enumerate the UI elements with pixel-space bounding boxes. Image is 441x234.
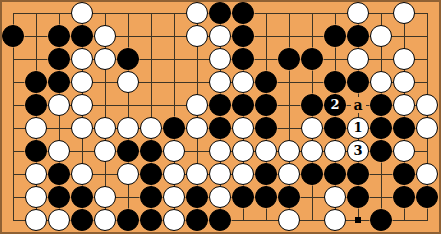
empty-point bbox=[25, 48, 48, 71]
white-stone bbox=[416, 117, 438, 139]
black-stone-2: 2 bbox=[324, 94, 346, 116]
empty-point bbox=[278, 94, 301, 117]
white-stone bbox=[232, 117, 255, 140]
white-stone bbox=[71, 163, 94, 186]
black-stone bbox=[393, 117, 415, 139]
white-stone bbox=[393, 71, 416, 94]
white-stone bbox=[25, 117, 47, 139]
black-stone bbox=[301, 94, 324, 117]
black-stone bbox=[370, 209, 393, 232]
white-stone bbox=[117, 163, 139, 185]
black-stone bbox=[117, 140, 139, 162]
empty-point bbox=[393, 25, 416, 48]
white-stone bbox=[94, 25, 117, 48]
black-stone bbox=[117, 48, 139, 70]
black-stone bbox=[255, 163, 278, 186]
empty-point bbox=[370, 186, 393, 209]
black-stone bbox=[117, 48, 140, 71]
white-stone bbox=[347, 48, 369, 70]
black-stone bbox=[140, 140, 163, 163]
white-stone bbox=[347, 48, 370, 71]
black-stone bbox=[370, 117, 393, 140]
white-stone bbox=[140, 117, 162, 139]
empty-point bbox=[94, 71, 117, 94]
empty-point bbox=[232, 209, 255, 232]
black-stone bbox=[48, 186, 71, 209]
white-stone bbox=[71, 117, 93, 139]
black-stone bbox=[140, 163, 162, 185]
white-stone bbox=[209, 25, 232, 48]
black-stone bbox=[324, 117, 346, 139]
white-stone bbox=[232, 163, 255, 186]
go-board-diagram: 2a13 bbox=[0, 0, 441, 234]
black-stone bbox=[324, 71, 347, 94]
black-stone bbox=[186, 209, 208, 231]
black-stone bbox=[140, 163, 163, 186]
empty-point bbox=[140, 2, 163, 25]
empty-point bbox=[2, 94, 25, 117]
black-stone bbox=[209, 209, 232, 232]
white-stone bbox=[25, 163, 48, 186]
white-stone bbox=[324, 186, 346, 208]
white-stone bbox=[25, 117, 48, 140]
black-stone bbox=[25, 140, 47, 162]
black-stone bbox=[71, 209, 94, 232]
black-stone bbox=[186, 186, 208, 208]
empty-point bbox=[255, 209, 278, 232]
empty-point bbox=[2, 209, 25, 232]
white-stone bbox=[186, 94, 209, 117]
white-stone-1: 1 bbox=[347, 117, 369, 139]
empty-point bbox=[393, 209, 416, 232]
white-stone bbox=[117, 117, 140, 140]
black-stone bbox=[117, 209, 139, 231]
black-stone bbox=[140, 209, 162, 231]
black-stone bbox=[232, 94, 255, 117]
empty-point bbox=[416, 48, 439, 71]
black-stone bbox=[301, 163, 323, 185]
white-stone bbox=[48, 209, 70, 231]
empty-point bbox=[255, 25, 278, 48]
black-stone bbox=[255, 117, 278, 140]
black-stone bbox=[301, 163, 324, 186]
black-stone bbox=[416, 186, 439, 209]
black-stone bbox=[301, 48, 323, 70]
white-stone bbox=[94, 140, 116, 162]
black-stone bbox=[71, 209, 93, 231]
white-stone bbox=[48, 94, 70, 116]
empty-point bbox=[2, 163, 25, 186]
black-stone bbox=[71, 25, 94, 48]
white-stone bbox=[324, 209, 346, 231]
white-stone bbox=[186, 2, 209, 25]
empty-point bbox=[278, 25, 301, 48]
black-stone bbox=[48, 48, 70, 70]
black-stone bbox=[48, 71, 70, 93]
black-stone bbox=[393, 117, 416, 140]
white-stone bbox=[94, 209, 116, 231]
white-stone bbox=[48, 94, 71, 117]
black-stone bbox=[278, 48, 300, 70]
black-stone bbox=[163, 117, 185, 139]
white-stone bbox=[71, 48, 94, 71]
white-stone bbox=[94, 117, 116, 139]
empty-point bbox=[94, 94, 117, 117]
empty-point bbox=[301, 25, 324, 48]
white-stone bbox=[347, 2, 369, 24]
white-stone bbox=[186, 25, 209, 48]
white-stone bbox=[393, 140, 416, 163]
white-stone bbox=[393, 94, 416, 117]
white-stone bbox=[255, 140, 278, 163]
black-stone bbox=[255, 71, 277, 93]
white-stone bbox=[232, 117, 254, 139]
white-stone bbox=[163, 140, 185, 162]
black-stone bbox=[347, 163, 370, 186]
black-stone bbox=[324, 71, 346, 93]
black-stone bbox=[48, 163, 71, 186]
white-stone bbox=[370, 71, 392, 93]
black-stone bbox=[393, 163, 416, 186]
black-stone bbox=[186, 186, 209, 209]
empty-point bbox=[324, 2, 347, 25]
empty-point bbox=[301, 209, 324, 232]
white-stone bbox=[416, 94, 439, 117]
black-stone bbox=[71, 186, 93, 208]
empty-point bbox=[140, 25, 163, 48]
black-stone bbox=[278, 186, 301, 209]
empty-point bbox=[140, 48, 163, 71]
white-stone bbox=[370, 71, 393, 94]
white-stone bbox=[163, 163, 186, 186]
black-stone bbox=[370, 209, 392, 231]
white-stone bbox=[324, 209, 347, 232]
empty-point bbox=[255, 2, 278, 25]
empty-point bbox=[416, 140, 439, 163]
white-stone bbox=[209, 186, 231, 208]
black-stone bbox=[140, 186, 163, 209]
white-stone bbox=[117, 71, 140, 94]
black-stone bbox=[2, 25, 24, 47]
white-stone bbox=[163, 209, 186, 232]
black-stone bbox=[370, 94, 393, 117]
black-stone bbox=[186, 209, 209, 232]
white-stone bbox=[71, 71, 93, 93]
square-marker bbox=[355, 217, 361, 223]
white-stone bbox=[255, 140, 277, 162]
white-stone bbox=[209, 163, 231, 185]
white-stone bbox=[393, 2, 416, 25]
empty-point bbox=[25, 25, 48, 48]
empty-point bbox=[25, 2, 48, 25]
empty-point bbox=[2, 117, 25, 140]
white-stone bbox=[278, 140, 301, 163]
white-stone bbox=[393, 71, 415, 93]
black-stone bbox=[347, 25, 369, 47]
black-stone bbox=[301, 94, 323, 116]
black-stone bbox=[324, 25, 346, 47]
white-stone bbox=[232, 71, 255, 94]
white-stone bbox=[94, 25, 116, 47]
black-stone bbox=[255, 163, 277, 185]
white-stone bbox=[416, 163, 438, 185]
white-stone bbox=[71, 94, 94, 117]
empty-point bbox=[416, 2, 439, 25]
white-stone-1: 1 bbox=[347, 117, 370, 140]
white-stone bbox=[71, 117, 94, 140]
black-stone bbox=[209, 117, 232, 140]
black-stone bbox=[209, 209, 231, 231]
empty-point bbox=[370, 2, 393, 25]
black-stone bbox=[393, 186, 416, 209]
white-stone bbox=[186, 117, 209, 140]
black-stone bbox=[301, 48, 324, 71]
black-stone bbox=[416, 186, 438, 208]
white-stone bbox=[393, 94, 415, 116]
empty-point bbox=[324, 48, 347, 71]
black-stone bbox=[25, 71, 47, 93]
black-stone bbox=[255, 117, 277, 139]
white-stone bbox=[186, 117, 208, 139]
black-stone bbox=[347, 71, 370, 94]
white-stone bbox=[278, 163, 300, 185]
empty-point bbox=[186, 71, 209, 94]
black-stone bbox=[232, 186, 255, 209]
black-stone bbox=[117, 209, 140, 232]
white-stone bbox=[140, 117, 163, 140]
empty-point bbox=[255, 48, 278, 71]
black-stone bbox=[347, 163, 369, 185]
white-stone bbox=[301, 140, 323, 162]
empty-point bbox=[301, 186, 324, 209]
black-stone bbox=[255, 71, 278, 94]
black-stone bbox=[71, 186, 94, 209]
black-stone bbox=[48, 25, 70, 47]
black-stone bbox=[48, 48, 71, 71]
black-stone bbox=[324, 117, 347, 140]
white-stone bbox=[278, 163, 301, 186]
empty-point bbox=[71, 140, 94, 163]
empty-point bbox=[48, 2, 71, 25]
white-stone bbox=[94, 48, 116, 70]
white-stone bbox=[117, 163, 140, 186]
black-stone bbox=[209, 2, 232, 25]
empty-point bbox=[416, 71, 439, 94]
black-stone bbox=[2, 25, 25, 48]
white-stone bbox=[71, 163, 93, 185]
black-stone bbox=[232, 94, 254, 116]
white-stone bbox=[94, 186, 116, 208]
empty-point bbox=[163, 2, 186, 25]
black-stone bbox=[48, 71, 71, 94]
black-stone bbox=[278, 48, 301, 71]
white-stone-3: 3 bbox=[347, 140, 370, 163]
white-stone bbox=[301, 140, 324, 163]
black-stone bbox=[25, 94, 47, 116]
white-stone bbox=[25, 209, 47, 231]
white-stone bbox=[209, 48, 231, 70]
empty-point bbox=[301, 2, 324, 25]
white-stone bbox=[209, 186, 232, 209]
white-stone bbox=[324, 140, 346, 162]
empty-point bbox=[48, 117, 71, 140]
black-stone bbox=[25, 140, 48, 163]
black-stone bbox=[393, 163, 415, 185]
empty-point bbox=[117, 94, 140, 117]
black-stone bbox=[48, 25, 71, 48]
white-stone bbox=[117, 117, 139, 139]
white-stone bbox=[278, 140, 300, 162]
white-stone-3: 3 bbox=[347, 140, 369, 162]
black-stone bbox=[71, 25, 93, 47]
white-stone bbox=[416, 94, 438, 116]
white-stone bbox=[232, 71, 254, 93]
black-stone bbox=[163, 117, 186, 140]
black-stone bbox=[48, 163, 70, 185]
black-stone bbox=[209, 94, 232, 117]
black-stone bbox=[324, 25, 347, 48]
black-stone bbox=[255, 186, 278, 209]
white-stone bbox=[94, 48, 117, 71]
black-stone bbox=[232, 48, 254, 70]
black-stone bbox=[370, 140, 392, 162]
white-stone bbox=[94, 140, 117, 163]
empty-point bbox=[370, 48, 393, 71]
black-stone bbox=[25, 71, 48, 94]
white-stone bbox=[393, 2, 415, 24]
black-stone bbox=[209, 94, 231, 116]
black-stone bbox=[347, 25, 370, 48]
white-stone bbox=[301, 117, 323, 139]
empty-point bbox=[163, 94, 186, 117]
empty-point bbox=[2, 48, 25, 71]
empty-point bbox=[2, 71, 25, 94]
white-stone bbox=[324, 186, 347, 209]
empty-point bbox=[94, 2, 117, 25]
black-stone bbox=[232, 2, 255, 25]
white-stone bbox=[370, 25, 393, 48]
white-stone bbox=[393, 140, 415, 162]
empty-point bbox=[94, 163, 117, 186]
white-stone bbox=[163, 186, 186, 209]
black-stone bbox=[117, 140, 140, 163]
white-stone bbox=[301, 117, 324, 140]
white-stone bbox=[347, 2, 370, 25]
white-stone bbox=[209, 140, 232, 163]
white-stone bbox=[186, 2, 208, 24]
white-stone bbox=[25, 186, 48, 209]
black-stone bbox=[255, 186, 277, 208]
black-stone bbox=[232, 25, 255, 48]
white-stone bbox=[186, 94, 208, 116]
white-stone bbox=[186, 163, 208, 185]
black-stone bbox=[232, 2, 254, 24]
white-stone bbox=[278, 209, 300, 231]
empty-point bbox=[2, 2, 25, 25]
empty-point bbox=[2, 140, 25, 163]
white-stone bbox=[370, 25, 392, 47]
empty-point bbox=[117, 2, 140, 25]
empty-point bbox=[117, 25, 140, 48]
empty-point bbox=[416, 25, 439, 48]
empty-point bbox=[278, 2, 301, 25]
black-stone bbox=[232, 186, 254, 208]
white-stone bbox=[94, 209, 117, 232]
white-stone bbox=[25, 186, 47, 208]
empty-point bbox=[186, 140, 209, 163]
white-stone bbox=[94, 117, 117, 140]
empty-point bbox=[186, 48, 209, 71]
white-stone bbox=[232, 163, 254, 185]
white-stone bbox=[71, 2, 93, 24]
white-stone bbox=[48, 140, 71, 163]
black-stone bbox=[347, 186, 369, 208]
white-stone bbox=[94, 186, 117, 209]
black-stone bbox=[209, 2, 231, 24]
white-stone bbox=[71, 94, 93, 116]
point-label-a: a bbox=[351, 97, 366, 113]
white-stone bbox=[186, 163, 209, 186]
black-stone bbox=[347, 186, 370, 209]
black-stone bbox=[370, 117, 392, 139]
white-stone bbox=[393, 48, 415, 70]
white-stone bbox=[71, 48, 93, 70]
white-stone bbox=[163, 209, 185, 231]
black-stone bbox=[48, 186, 70, 208]
white-stone bbox=[25, 209, 48, 232]
white-stone bbox=[25, 163, 47, 185]
black-stone bbox=[324, 163, 346, 185]
empty-point bbox=[416, 209, 439, 232]
board-cells: 2a13 bbox=[2, 2, 439, 232]
empty-point bbox=[140, 94, 163, 117]
white-stone bbox=[416, 163, 439, 186]
black-stone bbox=[278, 186, 300, 208]
black-stone bbox=[140, 209, 163, 232]
white-stone bbox=[71, 2, 94, 25]
empty-point bbox=[278, 117, 301, 140]
black-stone bbox=[255, 94, 277, 116]
white-stone bbox=[232, 140, 255, 163]
black-stone bbox=[232, 25, 254, 47]
square-marked-point bbox=[347, 209, 370, 232]
white-stone bbox=[209, 48, 232, 71]
black-stone bbox=[324, 163, 347, 186]
empty-point bbox=[301, 71, 324, 94]
empty-point bbox=[2, 186, 25, 209]
black-stone bbox=[232, 48, 255, 71]
black-stone bbox=[393, 186, 415, 208]
empty-point bbox=[163, 25, 186, 48]
white-stone bbox=[48, 209, 71, 232]
labeled-point-a: a bbox=[347, 94, 370, 117]
empty-point bbox=[163, 48, 186, 71]
white-stone bbox=[117, 71, 139, 93]
white-stone bbox=[209, 25, 231, 47]
white-stone bbox=[232, 140, 254, 162]
white-stone bbox=[209, 71, 231, 93]
white-stone bbox=[163, 163, 185, 185]
white-stone bbox=[209, 71, 232, 94]
white-stone bbox=[48, 140, 70, 162]
black-stone bbox=[370, 94, 392, 116]
black-stone bbox=[370, 140, 393, 163]
empty-point bbox=[278, 71, 301, 94]
white-stone bbox=[416, 117, 439, 140]
black-stone bbox=[140, 140, 162, 162]
white-stone bbox=[163, 186, 185, 208]
white-stone bbox=[71, 71, 94, 94]
